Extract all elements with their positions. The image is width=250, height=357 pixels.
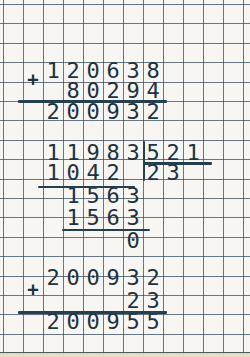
division-subtraction-line-2 — [62, 229, 150, 232]
plus-operator: + — [23, 70, 43, 89]
digit-cell-r5c7: 2 — [143, 102, 163, 121]
digit-cell-r5c2: 2 — [43, 102, 63, 121]
digit-cell-r15c6: 5 — [123, 312, 143, 331]
digit-cell-r5c3: 0 — [63, 102, 83, 121]
digit-cell-r13c3: 0 — [63, 268, 83, 287]
digit-cell-r5c5: 9 — [103, 102, 123, 121]
digit-cell-r8c7: 2 — [143, 163, 163, 182]
digit-cell-r13c4: 0 — [83, 268, 103, 287]
squared-paper-page: +120638802942009321198352110422315631563… — [0, 0, 250, 357]
digit-cell-r7c6: 3 — [123, 144, 143, 163]
digit-cell-r13c7: 2 — [143, 268, 163, 287]
digit-cell-r5c6: 3 — [123, 102, 143, 121]
digit-cell-r10c6: 3 — [123, 208, 143, 227]
division-bracket-horizontal — [143, 162, 212, 165]
digit-cell-r15c2: 2 — [43, 312, 63, 331]
digit-cell-r13c6: 3 — [123, 268, 143, 287]
digit-cell-r9c5: 6 — [103, 187, 123, 206]
digit-cell-r8c2: 1 — [43, 163, 63, 182]
digit-cell-r13c2: 2 — [43, 268, 63, 287]
digit-cell-r9c3: 1 — [63, 187, 83, 206]
digit-cell-r3c2: 1 — [43, 61, 63, 80]
sum-line-top — [18, 100, 167, 103]
digit-cell-r10c5: 6 — [103, 208, 123, 227]
page-edge-strip — [0, 352, 250, 357]
digit-cell-r8c8: 3 — [163, 163, 183, 182]
digit-cell-r9c6: 3 — [123, 187, 143, 206]
digit-cell-r13c5: 9 — [103, 268, 123, 287]
digit-cell-r10c3: 1 — [63, 208, 83, 227]
digit-cell-r8c5: 2 — [103, 163, 123, 182]
digit-cell-r5c4: 0 — [83, 102, 103, 121]
digit-cell-r7c9: 1 — [183, 144, 203, 163]
plus-operator: + — [23, 280, 43, 299]
digit-cell-r9c4: 5 — [83, 187, 103, 206]
digit-cell-r15c4: 0 — [83, 312, 103, 331]
digit-cell-r8c3: 0 — [63, 163, 83, 182]
digit-cell-r15c7: 5 — [143, 312, 163, 331]
digit-cell-r15c3: 0 — [63, 312, 83, 331]
digit-cell-r15c5: 9 — [103, 312, 123, 331]
division-subtraction-line-1 — [38, 186, 135, 189]
digit-cell-r11c6: 0 — [123, 231, 143, 250]
digit-cell-r8c4: 4 — [83, 163, 103, 182]
sum-line-bottom — [18, 311, 167, 314]
worksheet-grid: +120638802942009321198352110422315631563… — [3, 4, 250, 353]
digit-cell-r10c4: 5 — [83, 208, 103, 227]
